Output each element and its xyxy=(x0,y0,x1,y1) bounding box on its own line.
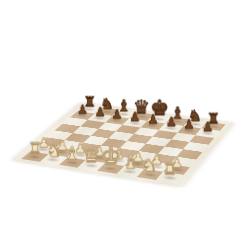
piece-shadow xyxy=(63,160,81,166)
square-h1: ♜ xyxy=(156,172,183,183)
square-h4 xyxy=(177,149,203,159)
piece-shadow xyxy=(44,157,62,163)
rollup-chess-mat: ♜♞♝♛♚♝♞♜♟♟♟♟♟♟♟♟♟♟♟♟♟♟♟♟♜♞♝♛♚♝♞♜ xyxy=(12,102,234,187)
piece-shadow xyxy=(128,161,146,167)
piece-shadow xyxy=(167,167,185,173)
square-h2: ♟ xyxy=(163,164,190,175)
piece-shadow xyxy=(120,169,139,175)
product-photo-chess-set: ♜♞♝♛♚♝♞♜♟♟♟♟♟♟♟♟♟♟♟♟♟♟♟♟♜♞♝♛♚♝♞♜ xyxy=(0,0,250,250)
piece-shadow xyxy=(25,154,43,160)
chess-piece-glyph: ♚ xyxy=(150,98,169,119)
chess-board-grid: ♜♞♝♛♚♝♞♜♟♟♟♟♟♟♟♟♟♟♟♟♟♟♟♟♜♞♝♛♚♝♞♜ xyxy=(21,105,225,183)
chess-scene: ♜♞♝♛♚♝♞♜♟♟♟♟♟♟♟♟♟♟♟♟♟♟♟♟♜♞♝♛♚♝♞♜ xyxy=(0,0,250,250)
square-g1: ♞ xyxy=(136,169,163,180)
piece-shadow xyxy=(140,172,159,178)
piece-shadow xyxy=(101,166,120,172)
chess-piece-glyph: ♛ xyxy=(133,97,150,116)
piece-shadow xyxy=(199,131,216,136)
piece-shadow xyxy=(160,175,179,181)
piece-shadow xyxy=(109,118,126,123)
piece-shadow xyxy=(82,163,101,169)
piece-black-rook: ♜ xyxy=(74,81,106,109)
square-h6 xyxy=(190,135,215,145)
